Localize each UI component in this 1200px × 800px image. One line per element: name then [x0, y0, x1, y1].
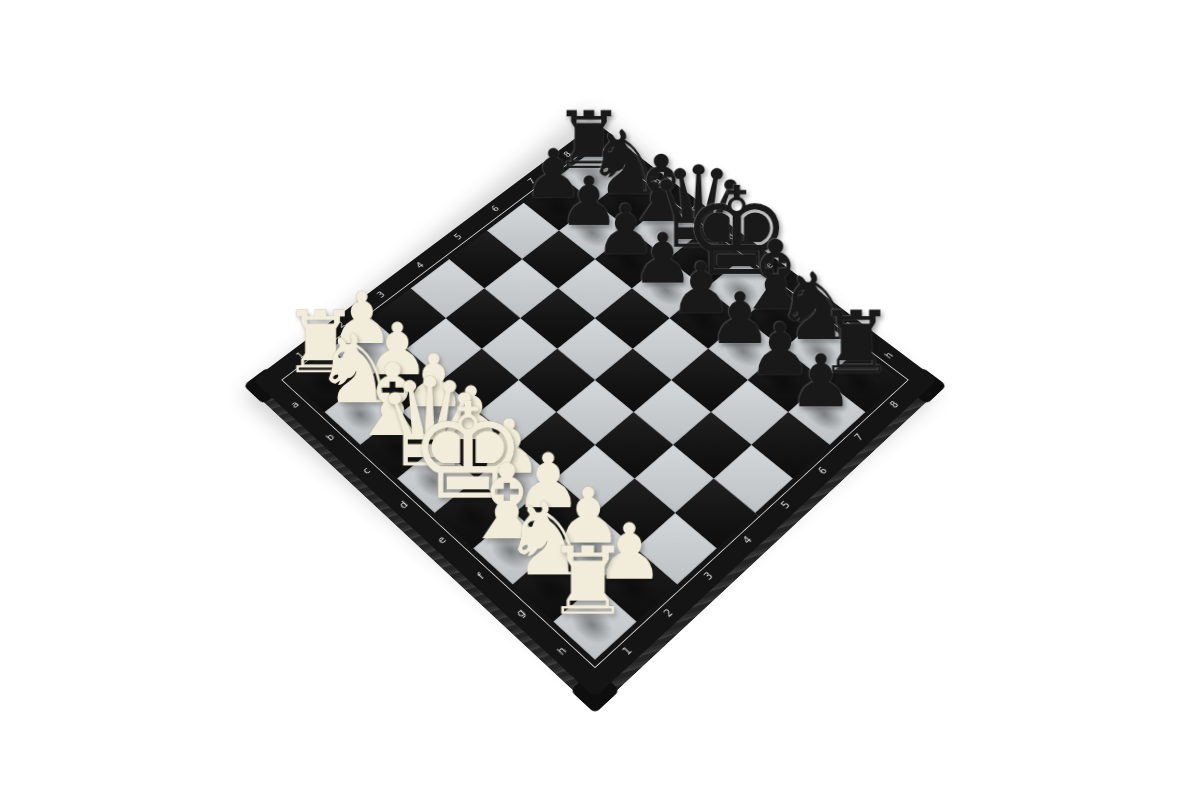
chessboard-scene: abcdefgh abcdefgh 87654321 87654321 ♜♞♟♝…	[353, 138, 837, 622]
white-rook-glyph: ♜	[490, 534, 687, 628]
black-pawn-glyph: ♟	[730, 344, 913, 417]
chessboard-frame: abcdefgh abcdefgh 87654321 87654321 ♜♞♟♝…	[253, 124, 937, 698]
product-photo-stage: abcdefgh abcdefgh 87654321 87654321 ♜♞♟♝…	[0, 0, 1200, 800]
